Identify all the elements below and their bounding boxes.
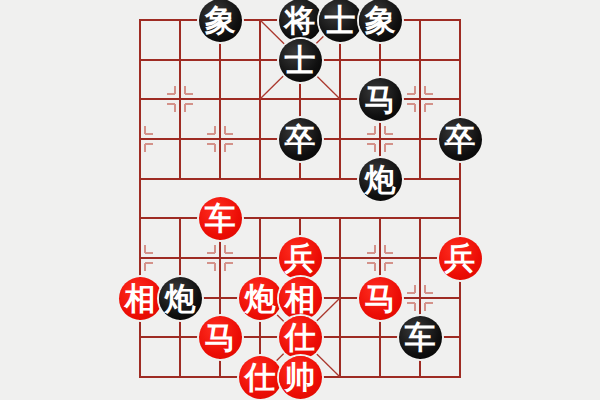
- red-horse[interactable]: 马: [199, 316, 242, 359]
- xiangqi-board[interactable]: 象将士象士马卒卒炮车兵兵相炮炮相马马仕车仕帅: [0, 0, 600, 400]
- red-advisor[interactable]: 仕: [239, 356, 282, 399]
- red-chariot[interactable]: 车: [199, 197, 242, 240]
- black-advisor[interactable]: 士: [319, 0, 362, 42]
- black-chariot[interactable]: 车: [399, 316, 442, 359]
- red-elephant[interactable]: 相: [119, 277, 162, 320]
- black-general[interactable]: 将: [279, 0, 322, 42]
- black-soldier[interactable]: 卒: [279, 118, 322, 161]
- red-cannon[interactable]: 炮: [239, 277, 282, 320]
- black-elephant[interactable]: 象: [359, 0, 402, 42]
- black-elephant[interactable]: 象: [199, 0, 242, 42]
- black-advisor[interactable]: 士: [279, 39, 322, 82]
- red-horse[interactable]: 马: [359, 277, 402, 320]
- red-advisor[interactable]: 仕: [279, 316, 322, 359]
- black-soldier[interactable]: 卒: [439, 118, 482, 161]
- red-general[interactable]: 帅: [279, 356, 322, 399]
- black-horse[interactable]: 马: [359, 78, 402, 121]
- red-soldier[interactable]: 兵: [279, 237, 322, 280]
- black-cannon[interactable]: 炮: [159, 277, 202, 320]
- red-elephant[interactable]: 相: [279, 277, 322, 320]
- red-soldier[interactable]: 兵: [439, 237, 482, 280]
- black-cannon[interactable]: 炮: [359, 158, 402, 201]
